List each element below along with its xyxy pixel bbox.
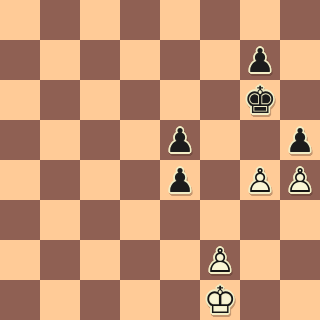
square-c1[interactable] (80, 280, 120, 320)
square-f4[interactable] (200, 160, 240, 200)
black-pawn-e5[interactable]: ♟ (160, 120, 200, 160)
square-b1[interactable] (40, 280, 80, 320)
square-g2[interactable] (240, 240, 280, 280)
square-b8[interactable] (40, 0, 80, 40)
black-pawn-icon: ♟ (280, 120, 320, 160)
square-d5[interactable] (120, 120, 160, 160)
black-pawn-icon: ♟ (160, 120, 200, 160)
square-g8[interactable] (240, 0, 280, 40)
square-b7[interactable] (40, 40, 80, 80)
square-g7[interactable]: ♟ (240, 40, 280, 80)
square-g4[interactable]: ♟♙ (240, 160, 280, 200)
square-a4[interactable] (0, 160, 40, 200)
white-pawn-g4[interactable]: ♟♙ (240, 160, 280, 200)
square-f3[interactable] (200, 200, 240, 240)
square-d6[interactable] (120, 80, 160, 120)
square-h6[interactable] (280, 80, 320, 120)
square-e4[interactable]: ♟ (160, 160, 200, 200)
square-a1[interactable] (0, 280, 40, 320)
black-pawn-icon: ♟ (160, 160, 200, 200)
square-f7[interactable] (200, 40, 240, 80)
square-c5[interactable] (80, 120, 120, 160)
square-e1[interactable] (160, 280, 200, 320)
square-d2[interactable] (120, 240, 160, 280)
square-b5[interactable] (40, 120, 80, 160)
square-c7[interactable] (80, 40, 120, 80)
square-c2[interactable] (80, 240, 120, 280)
black-pawn-icon: ♟ (240, 40, 280, 80)
square-b3[interactable] (40, 200, 80, 240)
square-f8[interactable] (200, 0, 240, 40)
black-pawn-e4[interactable]: ♟ (160, 160, 200, 200)
white-pawn-f2[interactable]: ♟♙ (200, 240, 240, 280)
square-d3[interactable] (120, 200, 160, 240)
square-g3[interactable] (240, 200, 280, 240)
white-king-f1[interactable]: ♚♔ (200, 280, 240, 320)
square-c8[interactable] (80, 0, 120, 40)
white-pawn-h4[interactable]: ♟♙ (280, 160, 320, 200)
square-h8[interactable] (280, 0, 320, 40)
square-c4[interactable] (80, 160, 120, 200)
square-a5[interactable] (0, 120, 40, 160)
square-e7[interactable] (160, 40, 200, 80)
square-a3[interactable] (0, 200, 40, 240)
square-b4[interactable] (40, 160, 80, 200)
black-pawn-h5[interactable]: ♟ (280, 120, 320, 160)
black-pawn-g7[interactable]: ♟ (240, 40, 280, 80)
square-h1[interactable] (280, 280, 320, 320)
square-a8[interactable] (0, 0, 40, 40)
square-a6[interactable] (0, 80, 40, 120)
white-pawn-outline-icon: ♙ (200, 240, 240, 280)
square-d1[interactable] (120, 280, 160, 320)
square-g6[interactable]: ♚ (240, 80, 280, 120)
square-f2[interactable]: ♟♙ (200, 240, 240, 280)
square-h5[interactable]: ♟ (280, 120, 320, 160)
square-d4[interactable] (120, 160, 160, 200)
square-a2[interactable] (0, 240, 40, 280)
square-c3[interactable] (80, 200, 120, 240)
square-f6[interactable] (200, 80, 240, 120)
square-f5[interactable] (200, 120, 240, 160)
square-f1[interactable]: ♚♔ (200, 280, 240, 320)
white-pawn-outline-icon: ♙ (280, 160, 320, 200)
square-e6[interactable] (160, 80, 200, 120)
white-king-outline-icon: ♔ (200, 280, 240, 320)
black-king-g6[interactable]: ♚ (240, 80, 280, 120)
square-e8[interactable] (160, 0, 200, 40)
square-e3[interactable] (160, 200, 200, 240)
square-e2[interactable] (160, 240, 200, 280)
square-h7[interactable] (280, 40, 320, 80)
square-b6[interactable] (40, 80, 80, 120)
square-e5[interactable]: ♟ (160, 120, 200, 160)
square-c6[interactable] (80, 80, 120, 120)
square-g1[interactable] (240, 280, 280, 320)
square-b2[interactable] (40, 240, 80, 280)
square-h4[interactable]: ♟♙ (280, 160, 320, 200)
black-king-icon: ♚ (240, 80, 280, 120)
square-a7[interactable] (0, 40, 40, 80)
square-d7[interactable] (120, 40, 160, 80)
square-d8[interactable] (120, 0, 160, 40)
chess-board: ♟♚♟♟♟♟♙♟♙♟♙♚♔ (0, 0, 320, 320)
square-h2[interactable] (280, 240, 320, 280)
square-g5[interactable] (240, 120, 280, 160)
white-pawn-outline-icon: ♙ (240, 160, 280, 200)
square-h3[interactable] (280, 200, 320, 240)
